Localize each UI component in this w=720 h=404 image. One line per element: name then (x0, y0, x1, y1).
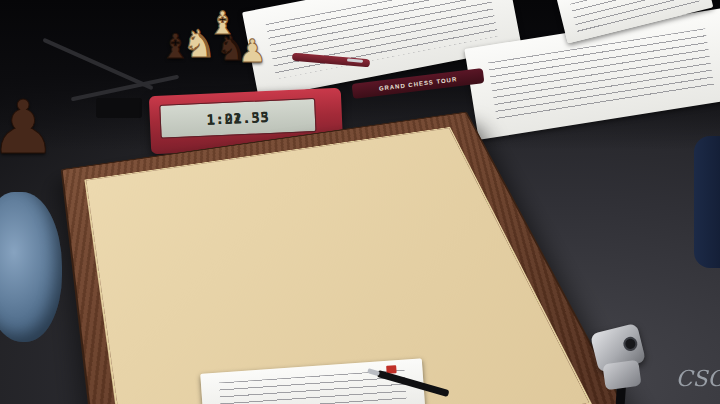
broadcast-frame: GRAND CHESS TOUR ♝♞♝♞♟ ♟ 1:01.33 ▸ 1:22.… (0, 0, 720, 404)
captured-white-pawn: ♟ (238, 32, 267, 70)
captured-black-pawn: ♟ (0, 84, 56, 170)
blue-cloth (0, 192, 62, 342)
paper-text-lines (488, 28, 715, 121)
chess-board: ♚♟♟♜♝♟♟♛♛♟♟♝♜♟♟♟♚ SUPERBET CHESS CLASSIC… (61, 112, 634, 404)
camera-lens-icon (622, 335, 639, 352)
clock-display: 1:01.33 ▸ 1:22.55 (159, 98, 316, 139)
pen-clip (347, 58, 363, 62)
camera-base (602, 360, 641, 391)
board-frame: ♚♟♟♜♝♟♟♛♛♟♟♝♜♟♟♟♚ SUPERBET CHESS CLASSIC… (61, 112, 634, 404)
cable-connector (96, 98, 142, 118)
board-grid: ♚♟♟♜♝♟♟♛♛♟♟♝♜♟♟♟♚ (86, 128, 589, 404)
square-a8 (86, 128, 589, 404)
captured-pieces-tray: ♝♞♝♞♟ (146, 0, 276, 80)
chair-edge (694, 136, 720, 268)
black-time: 1:22.55 (206, 109, 269, 128)
csc-logo: CSC (680, 358, 720, 398)
